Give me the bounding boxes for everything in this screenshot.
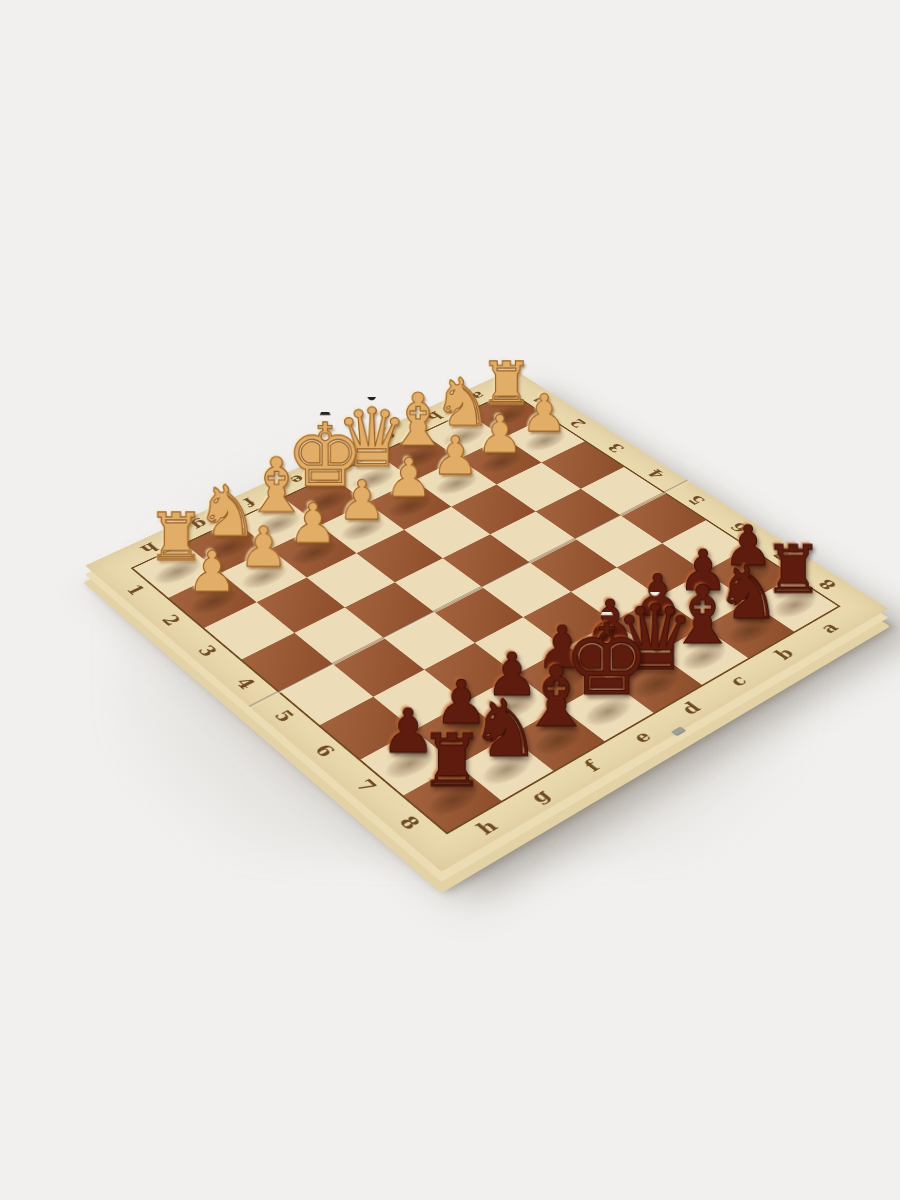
piece-white-pawn-h2[interactable]: ♟ — [187, 544, 238, 600]
photo-scene: hgfedcba hgfedcba 12345678 12345678 ♜♞♝♚… — [197, 302, 767, 872]
piece-black-rook-h8[interactable]: ♜ — [419, 725, 485, 798]
